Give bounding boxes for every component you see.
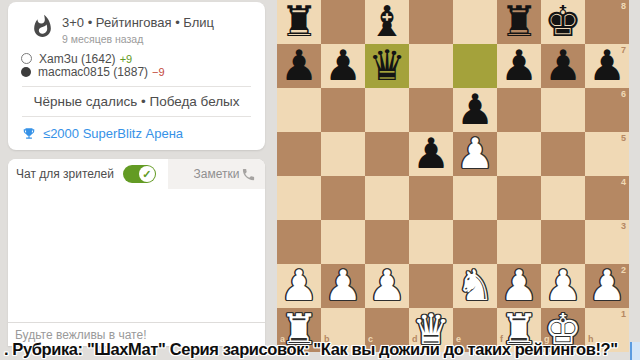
game-info-card: 3+0 • Рейтинговая • Блиц 9 месяцев назад… [8, 2, 265, 150]
square-a7[interactable]: ♟ [277, 44, 321, 88]
square-f3[interactable] [497, 220, 541, 264]
tournament-link[interactable]: ≤2000 SuperBlitz Арена [22, 126, 183, 141]
coord-rank-2: 2 [621, 266, 626, 275]
chat-toggle-knob: ✓ [139, 166, 155, 182]
square-h5[interactable]: 5 [585, 132, 629, 176]
coord-rank-8: 8 [621, 2, 626, 11]
sidebar: 3+0 • Рейтинговая • Блиц 9 месяцев назад… [8, 2, 265, 346]
square-c7[interactable]: ♛ [365, 44, 409, 88]
piece-bP-a7[interactable]: ♟ [280, 44, 318, 88]
video-caption: . Рубрика: "ШахМат" Серия зарисовок: "Ка… [4, 340, 640, 359]
tab-spectator-chat-label: Чат для зрителей [16, 167, 114, 181]
square-g4[interactable] [541, 176, 585, 220]
player-white-row[interactable]: XamЗu (1642) +9 [21, 52, 165, 65]
coord-rank-1: 1 [621, 310, 626, 319]
coord-rank-6: 6 [621, 90, 626, 99]
square-e4[interactable] [453, 176, 497, 220]
square-c6[interactable] [365, 88, 409, 132]
divider [22, 116, 251, 117]
chat-tabs: Чат для зрителей ✓ Заметки [8, 159, 265, 189]
square-h7[interactable]: ♟7 [585, 44, 629, 88]
square-a5[interactable] [277, 132, 321, 176]
piece-bK-g8[interactable]: ♚ [544, 0, 582, 44]
tab-notes-label: Заметки [194, 167, 240, 181]
square-f6[interactable] [497, 88, 541, 132]
piece-wN-e2[interactable]: ♞ [456, 264, 494, 308]
lichess-game-page: 3+0 • Рейтинговая • Блиц 9 месяцев назад… [0, 0, 640, 360]
game-time-ago: 9 месяцев назад [62, 33, 214, 45]
piece-wP-c2[interactable]: ♟ [368, 264, 406, 308]
square-e2[interactable]: ♞ [453, 264, 497, 308]
square-a3[interactable] [277, 220, 321, 264]
square-f5[interactable] [497, 132, 541, 176]
square-e7[interactable] [453, 44, 497, 88]
piece-wP-a2[interactable]: ♟ [280, 264, 318, 308]
tab-spectator-chat[interactable]: Чат для зрителей ✓ [8, 159, 168, 189]
piece-bR-f8[interactable]: ♜ [500, 0, 538, 44]
square-b7[interactable]: ♟ [321, 44, 365, 88]
square-e6[interactable]: ♟ [453, 88, 497, 132]
square-b5[interactable] [321, 132, 365, 176]
square-d5[interactable]: ♟ [409, 132, 453, 176]
chat-card: Чат для зрителей ✓ Заметки [8, 159, 265, 346]
blitz-flame-icon [30, 11, 55, 42]
game-setup-title: 3+0 • Рейтинговая • Блиц [62, 15, 214, 30]
piece-bP-g7[interactable]: ♟ [544, 44, 582, 88]
piece-bP-f7[interactable]: ♟ [500, 44, 538, 88]
square-c2[interactable]: ♟ [365, 264, 409, 308]
phone-icon[interactable] [241, 167, 256, 182]
square-g2[interactable]: ♟ [541, 264, 585, 308]
square-e3[interactable] [453, 220, 497, 264]
square-b6[interactable] [321, 88, 365, 132]
piece-wP-f2[interactable]: ♟ [500, 264, 538, 308]
square-d6[interactable] [409, 88, 453, 132]
piece-bB-c8[interactable]: ♝ [368, 0, 406, 44]
square-b2[interactable]: ♟ [321, 264, 365, 308]
player-black-name: macmac0815 (1887) [38, 65, 148, 79]
square-f8[interactable]: ♜ [497, 0, 541, 44]
square-f4[interactable] [497, 176, 541, 220]
coord-rank-4: 4 [621, 178, 626, 187]
game-header: 3+0 • Рейтинговая • Блиц 9 месяцев назад [62, 15, 214, 45]
square-h6[interactable]: 6 [585, 88, 629, 132]
square-a8[interactable]: ♜ [277, 0, 321, 44]
trophy-icon [22, 127, 36, 141]
players-list: XamЗu (1642) +9 macmac0815 (1887) −9 [21, 52, 165, 78]
piece-bP-b7[interactable]: ♟ [324, 44, 362, 88]
square-f7[interactable]: ♟ [497, 44, 541, 88]
square-f2[interactable]: ♟ [497, 264, 541, 308]
piece-bR-a8[interactable]: ♜ [280, 0, 318, 44]
square-e5[interactable]: ♟ [453, 132, 497, 176]
square-d3[interactable] [409, 220, 453, 264]
square-a2[interactable]: ♟ [277, 264, 321, 308]
square-a6[interactable] [277, 88, 321, 132]
player-black-row[interactable]: macmac0815 (1887) −9 [21, 65, 165, 78]
bottom-right-blue-element [630, 342, 640, 360]
piece-wP-b2[interactable]: ♟ [324, 264, 362, 308]
square-d4[interactable] [409, 176, 453, 220]
square-h3[interactable]: 3 [585, 220, 629, 264]
square-c3[interactable] [365, 220, 409, 264]
square-g3[interactable] [541, 220, 585, 264]
chat-toggle[interactable]: ✓ [123, 165, 156, 183]
player-black-rating-change: −9 [152, 66, 165, 78]
chess-board: ♜♝♜♚8♟♟♛♟♟♟7♟6♟♟543♟♟♟♞♟♟♟2♜abc♛de♜f♚gh1 [277, 0, 629, 352]
player-white-name: XamЗu (1642) [39, 52, 116, 66]
square-c4[interactable] [365, 176, 409, 220]
square-g8[interactable]: ♚ [541, 0, 585, 44]
square-c5[interactable] [365, 132, 409, 176]
square-b4[interactable] [321, 176, 365, 220]
square-g7[interactable]: ♟ [541, 44, 585, 88]
square-g5[interactable] [541, 132, 585, 176]
square-c8[interactable]: ♝ [365, 0, 409, 44]
square-d7[interactable] [409, 44, 453, 88]
tab-notes[interactable]: Заметки [168, 159, 265, 189]
chat-messages-area [8, 189, 265, 322]
divider [22, 86, 251, 87]
square-h2[interactable]: ♟2 [585, 264, 629, 308]
piece-bP-d5[interactable]: ♟ [412, 132, 450, 176]
square-a4[interactable] [277, 176, 321, 220]
square-b3[interactable] [321, 220, 365, 264]
piece-bQ-c7[interactable]: ♛ [368, 44, 406, 88]
white-color-icon [21, 53, 32, 64]
coord-rank-3: 3 [621, 222, 626, 231]
tournament-name: ≤2000 SuperBlitz Арена [43, 126, 183, 141]
square-d2[interactable] [409, 264, 453, 308]
square-h8[interactable]: 8 [585, 0, 629, 44]
game-result-text: Чёрные сдались • Победа белых [8, 94, 265, 109]
square-g6[interactable] [541, 88, 585, 132]
check-icon: ✓ [142, 168, 151, 181]
square-d8[interactable] [409, 0, 453, 44]
piece-bP-e6[interactable]: ♟ [456, 88, 494, 132]
coord-rank-7: 7 [621, 46, 626, 55]
square-b8[interactable] [321, 0, 365, 44]
square-e8[interactable] [453, 0, 497, 44]
coord-rank-5: 5 [621, 134, 626, 143]
piece-wP-e5[interactable]: ♟ [456, 132, 494, 176]
square-h4[interactable]: 4 [585, 176, 629, 220]
player-white-rating-change: +9 [120, 53, 133, 65]
black-color-icon [21, 67, 31, 77]
piece-wP-g2[interactable]: ♟ [544, 264, 582, 308]
